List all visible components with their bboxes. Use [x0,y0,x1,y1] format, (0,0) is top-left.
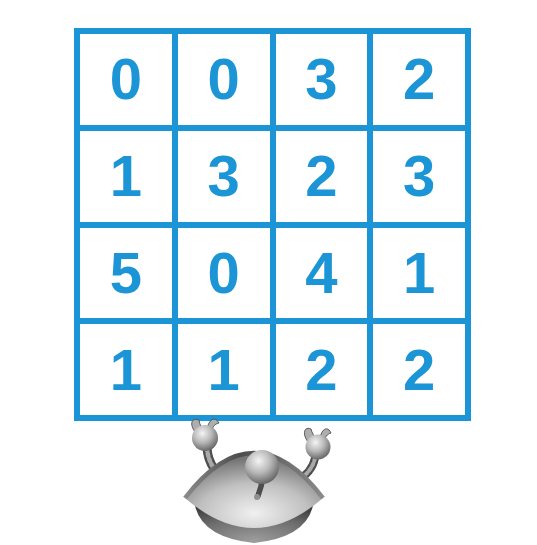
grid-cell-r1c3[interactable]: 3 [373,131,465,222]
grid-cell-r3c1[interactable]: 1 [178,324,270,415]
grid-cell-r1c2[interactable]: 2 [276,131,368,222]
grid-cell-r2c2[interactable]: 4 [276,228,368,319]
grid-cell-r1c1[interactable]: 3 [178,131,270,222]
grid-cell-r0c1[interactable]: 0 [178,34,270,125]
grid-cell-r2c3[interactable]: 1 [373,228,465,319]
grid-cell-r1c0[interactable]: 1 [80,131,172,222]
number-grid: 0 0 3 2 1 3 2 3 5 0 4 1 1 1 2 2 [74,28,471,421]
grid-cell-r2c0[interactable]: 5 [80,228,172,319]
grid-cell-r0c0[interactable]: 0 [80,34,172,125]
grid-cell-r3c0[interactable]: 1 [80,324,172,415]
grid-cell-r3c2[interactable]: 2 [276,324,368,415]
grid-cell-r0c3[interactable]: 2 [373,34,465,125]
grid-cell-r3c3[interactable]: 2 [373,324,465,415]
grid-cell-r0c2[interactable]: 3 [276,34,368,125]
grid-cell-r2c1[interactable]: 0 [178,228,270,319]
robot-mascot-icon [183,416,333,545]
